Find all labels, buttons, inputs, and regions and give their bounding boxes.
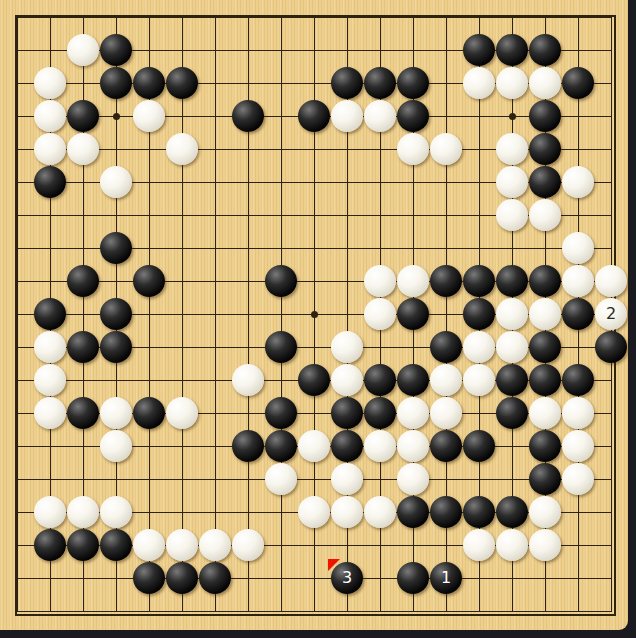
intersection[interactable]	[133, 199, 166, 232]
intersection[interactable]	[265, 496, 298, 529]
intersection[interactable]	[166, 298, 199, 331]
intersection[interactable]	[265, 298, 298, 331]
intersection[interactable]	[397, 232, 430, 265]
intersection[interactable]	[34, 430, 67, 463]
intersection[interactable]	[529, 100, 562, 133]
intersection[interactable]	[199, 1, 232, 34]
intersection[interactable]	[298, 34, 331, 67]
intersection[interactable]	[595, 67, 628, 100]
intersection[interactable]	[1, 100, 34, 133]
intersection[interactable]	[331, 331, 364, 364]
intersection[interactable]	[562, 67, 595, 100]
intersection[interactable]	[364, 232, 397, 265]
intersection[interactable]	[1, 529, 34, 562]
intersection[interactable]	[166, 67, 199, 100]
intersection[interactable]	[463, 265, 496, 298]
intersection[interactable]	[430, 199, 463, 232]
intersection[interactable]	[265, 562, 298, 595]
intersection[interactable]	[166, 397, 199, 430]
intersection[interactable]	[529, 133, 562, 166]
intersection[interactable]	[364, 529, 397, 562]
intersection[interactable]	[463, 595, 496, 628]
intersection[interactable]	[496, 67, 529, 100]
intersection[interactable]	[364, 1, 397, 34]
intersection[interactable]	[463, 1, 496, 34]
intersection[interactable]	[463, 133, 496, 166]
intersection[interactable]	[496, 166, 529, 199]
intersection[interactable]	[595, 34, 628, 67]
intersection[interactable]	[397, 562, 430, 595]
intersection[interactable]	[67, 232, 100, 265]
intersection[interactable]	[397, 496, 430, 529]
intersection[interactable]	[463, 298, 496, 331]
intersection[interactable]	[67, 430, 100, 463]
intersection[interactable]	[232, 232, 265, 265]
intersection[interactable]	[496, 496, 529, 529]
intersection[interactable]	[166, 100, 199, 133]
intersection[interactable]	[100, 100, 133, 133]
intersection[interactable]	[397, 430, 430, 463]
intersection[interactable]	[529, 331, 562, 364]
intersection[interactable]	[133, 463, 166, 496]
intersection[interactable]	[133, 397, 166, 430]
intersection[interactable]	[133, 298, 166, 331]
intersection[interactable]	[397, 298, 430, 331]
intersection[interactable]	[265, 1, 298, 34]
intersection[interactable]	[34, 298, 67, 331]
intersection[interactable]	[199, 430, 232, 463]
intersection[interactable]	[529, 199, 562, 232]
intersection[interactable]	[397, 595, 430, 628]
intersection[interactable]	[232, 463, 265, 496]
intersection[interactable]	[529, 463, 562, 496]
intersection[interactable]	[430, 364, 463, 397]
intersection[interactable]	[67, 496, 100, 529]
intersection[interactable]	[265, 232, 298, 265]
intersection[interactable]	[199, 265, 232, 298]
intersection[interactable]	[562, 166, 595, 199]
intersection[interactable]	[133, 430, 166, 463]
intersection[interactable]	[133, 364, 166, 397]
intersection[interactable]	[430, 67, 463, 100]
intersection[interactable]	[562, 34, 595, 67]
intersection[interactable]	[298, 364, 331, 397]
intersection[interactable]	[232, 34, 265, 67]
intersection[interactable]	[133, 1, 166, 34]
intersection[interactable]	[496, 265, 529, 298]
intersection[interactable]	[595, 166, 628, 199]
intersection[interactable]	[232, 166, 265, 199]
intersection[interactable]	[265, 595, 298, 628]
intersection[interactable]	[496, 529, 529, 562]
intersection[interactable]	[1, 463, 34, 496]
intersection[interactable]	[397, 397, 430, 430]
intersection[interactable]	[463, 364, 496, 397]
intersection[interactable]	[430, 496, 463, 529]
intersection[interactable]	[463, 529, 496, 562]
intersection[interactable]	[265, 166, 298, 199]
intersection[interactable]	[529, 595, 562, 628]
intersection[interactable]	[1, 166, 34, 199]
intersection[interactable]	[100, 364, 133, 397]
intersection[interactable]	[298, 100, 331, 133]
intersection[interactable]	[34, 529, 67, 562]
intersection[interactable]	[430, 463, 463, 496]
intersection[interactable]	[67, 562, 100, 595]
intersection[interactable]	[232, 265, 265, 298]
intersection[interactable]	[133, 166, 166, 199]
intersection[interactable]	[364, 331, 397, 364]
intersection[interactable]	[430, 34, 463, 67]
intersection[interactable]	[34, 199, 67, 232]
intersection[interactable]	[232, 430, 265, 463]
intersection[interactable]	[562, 133, 595, 166]
intersection[interactable]	[199, 364, 232, 397]
intersection[interactable]	[364, 496, 397, 529]
intersection[interactable]	[496, 100, 529, 133]
intersection[interactable]	[199, 100, 232, 133]
intersection[interactable]	[298, 265, 331, 298]
intersection[interactable]	[67, 595, 100, 628]
intersection[interactable]	[298, 298, 331, 331]
intersection[interactable]	[199, 595, 232, 628]
intersection[interactable]	[265, 463, 298, 496]
intersection[interactable]	[364, 67, 397, 100]
intersection[interactable]	[364, 562, 397, 595]
intersection[interactable]	[430, 232, 463, 265]
intersection[interactable]	[364, 166, 397, 199]
intersection[interactable]	[265, 265, 298, 298]
intersection[interactable]	[100, 463, 133, 496]
intersection[interactable]	[463, 496, 496, 529]
intersection[interactable]	[133, 562, 166, 595]
intersection[interactable]	[67, 1, 100, 34]
intersection[interactable]	[298, 199, 331, 232]
intersection[interactable]	[166, 232, 199, 265]
intersection[interactable]	[100, 232, 133, 265]
intersection[interactable]	[529, 562, 562, 595]
intersection[interactable]	[364, 34, 397, 67]
intersection[interactable]	[430, 1, 463, 34]
intersection[interactable]	[397, 364, 430, 397]
intersection[interactable]	[166, 133, 199, 166]
intersection[interactable]	[133, 100, 166, 133]
intersection[interactable]	[298, 67, 331, 100]
intersection[interactable]	[34, 232, 67, 265]
intersection[interactable]	[562, 298, 595, 331]
intersection[interactable]	[562, 496, 595, 529]
intersection[interactable]	[100, 430, 133, 463]
intersection[interactable]	[331, 232, 364, 265]
intersection[interactable]	[100, 199, 133, 232]
intersection[interactable]	[265, 199, 298, 232]
intersection[interactable]	[166, 199, 199, 232]
intersection[interactable]	[34, 1, 67, 34]
intersection[interactable]	[265, 430, 298, 463]
intersection[interactable]	[463, 166, 496, 199]
intersection[interactable]: 2	[595, 298, 628, 331]
intersection[interactable]: 1	[430, 562, 463, 595]
intersection[interactable]	[199, 166, 232, 199]
intersection[interactable]	[397, 1, 430, 34]
intersection[interactable]	[496, 1, 529, 34]
intersection[interactable]	[166, 496, 199, 529]
intersection[interactable]	[199, 331, 232, 364]
intersection[interactable]	[397, 463, 430, 496]
intersection[interactable]	[397, 529, 430, 562]
intersection[interactable]	[199, 562, 232, 595]
intersection[interactable]	[463, 430, 496, 463]
intersection[interactable]: 3	[331, 562, 364, 595]
intersection[interactable]	[595, 100, 628, 133]
intersection[interactable]	[496, 364, 529, 397]
intersection[interactable]	[430, 331, 463, 364]
intersection[interactable]	[34, 331, 67, 364]
intersection[interactable]	[298, 331, 331, 364]
intersection[interactable]	[166, 529, 199, 562]
intersection[interactable]	[397, 67, 430, 100]
intersection[interactable]	[67, 166, 100, 199]
intersection[interactable]	[265, 67, 298, 100]
intersection[interactable]	[232, 100, 265, 133]
intersection[interactable]	[496, 199, 529, 232]
intersection[interactable]	[331, 430, 364, 463]
intersection[interactable]	[100, 1, 133, 34]
intersection[interactable]	[166, 265, 199, 298]
intersection[interactable]	[331, 496, 364, 529]
intersection[interactable]	[529, 496, 562, 529]
intersection[interactable]	[199, 529, 232, 562]
intersection[interactable]	[364, 100, 397, 133]
intersection[interactable]	[34, 265, 67, 298]
intersection[interactable]	[595, 364, 628, 397]
intersection[interactable]	[430, 298, 463, 331]
intersection[interactable]	[232, 496, 265, 529]
intersection[interactable]	[595, 133, 628, 166]
intersection[interactable]	[430, 265, 463, 298]
intersection[interactable]	[67, 67, 100, 100]
intersection[interactable]	[166, 34, 199, 67]
intersection[interactable]	[595, 562, 628, 595]
intersection[interactable]	[1, 1, 34, 34]
intersection[interactable]	[298, 496, 331, 529]
intersection[interactable]	[298, 1, 331, 34]
intersection[interactable]	[562, 463, 595, 496]
intersection[interactable]	[364, 397, 397, 430]
intersection[interactable]	[529, 430, 562, 463]
intersection[interactable]	[595, 430, 628, 463]
intersection[interactable]	[331, 364, 364, 397]
intersection[interactable]	[166, 1, 199, 34]
intersection[interactable]	[232, 331, 265, 364]
intersection[interactable]	[265, 331, 298, 364]
intersection[interactable]	[166, 331, 199, 364]
intersection[interactable]	[331, 298, 364, 331]
intersection[interactable]	[34, 595, 67, 628]
intersection[interactable]	[562, 265, 595, 298]
intersection[interactable]	[397, 265, 430, 298]
intersection[interactable]	[199, 67, 232, 100]
intersection[interactable]	[430, 100, 463, 133]
intersection[interactable]	[331, 595, 364, 628]
intersection[interactable]	[562, 100, 595, 133]
intersection[interactable]	[166, 364, 199, 397]
intersection[interactable]	[34, 166, 67, 199]
intersection[interactable]	[595, 463, 628, 496]
intersection[interactable]	[562, 232, 595, 265]
intersection[interactable]	[562, 595, 595, 628]
intersection[interactable]	[595, 529, 628, 562]
intersection[interactable]	[562, 331, 595, 364]
intersection[interactable]	[463, 199, 496, 232]
intersection[interactable]	[265, 364, 298, 397]
intersection[interactable]	[67, 100, 100, 133]
intersection[interactable]	[529, 166, 562, 199]
intersection[interactable]	[34, 100, 67, 133]
intersection[interactable]	[100, 265, 133, 298]
intersection[interactable]	[397, 133, 430, 166]
intersection[interactable]	[430, 529, 463, 562]
intersection[interactable]	[199, 298, 232, 331]
intersection[interactable]	[529, 397, 562, 430]
intersection[interactable]	[100, 133, 133, 166]
intersection[interactable]	[67, 199, 100, 232]
intersection[interactable]	[232, 364, 265, 397]
intersection[interactable]	[199, 232, 232, 265]
intersection[interactable]	[397, 331, 430, 364]
intersection[interactable]	[463, 463, 496, 496]
intersection[interactable]	[133, 67, 166, 100]
intersection[interactable]	[397, 100, 430, 133]
intersection[interactable]	[298, 562, 331, 595]
intersection[interactable]	[397, 34, 430, 67]
intersection[interactable]	[133, 265, 166, 298]
intersection[interactable]	[595, 1, 628, 34]
intersection[interactable]	[67, 34, 100, 67]
intersection[interactable]	[232, 397, 265, 430]
intersection[interactable]	[265, 34, 298, 67]
intersection[interactable]	[1, 34, 34, 67]
intersection[interactable]	[496, 463, 529, 496]
intersection[interactable]	[1, 298, 34, 331]
intersection[interactable]	[1, 562, 34, 595]
intersection[interactable]	[298, 166, 331, 199]
intersection[interactable]	[529, 364, 562, 397]
intersection[interactable]	[133, 232, 166, 265]
intersection[interactable]	[529, 232, 562, 265]
intersection[interactable]	[34, 496, 67, 529]
intersection[interactable]	[298, 529, 331, 562]
intersection[interactable]	[331, 100, 364, 133]
intersection[interactable]	[364, 199, 397, 232]
intersection[interactable]	[34, 67, 67, 100]
intersection[interactable]	[595, 331, 628, 364]
intersection[interactable]	[34, 133, 67, 166]
intersection[interactable]	[265, 133, 298, 166]
intersection[interactable]	[331, 67, 364, 100]
intersection[interactable]	[529, 67, 562, 100]
intersection[interactable]	[430, 166, 463, 199]
intersection[interactable]	[298, 430, 331, 463]
intersection[interactable]	[562, 1, 595, 34]
intersection[interactable]	[265, 397, 298, 430]
intersection[interactable]	[298, 397, 331, 430]
intersection[interactable]	[67, 265, 100, 298]
intersection[interactable]	[496, 331, 529, 364]
intersection[interactable]	[199, 133, 232, 166]
intersection[interactable]	[430, 133, 463, 166]
intersection[interactable]	[1, 595, 34, 628]
intersection[interactable]	[364, 265, 397, 298]
intersection[interactable]	[364, 364, 397, 397]
intersection[interactable]	[430, 595, 463, 628]
intersection[interactable]	[67, 529, 100, 562]
intersection[interactable]	[199, 199, 232, 232]
intersection[interactable]	[397, 199, 430, 232]
intersection[interactable]	[463, 100, 496, 133]
intersection[interactable]	[496, 430, 529, 463]
intersection[interactable]	[595, 496, 628, 529]
intersection[interactable]	[1, 67, 34, 100]
intersection[interactable]	[496, 232, 529, 265]
intersection[interactable]	[463, 232, 496, 265]
intersection[interactable]	[562, 430, 595, 463]
intersection[interactable]	[496, 397, 529, 430]
intersection[interactable]	[265, 100, 298, 133]
intersection[interactable]	[529, 529, 562, 562]
intersection[interactable]	[298, 463, 331, 496]
intersection[interactable]	[100, 496, 133, 529]
intersection[interactable]	[232, 595, 265, 628]
intersection[interactable]	[166, 562, 199, 595]
intersection[interactable]	[265, 529, 298, 562]
intersection[interactable]	[1, 430, 34, 463]
intersection[interactable]	[1, 331, 34, 364]
intersection[interactable]	[331, 529, 364, 562]
intersection[interactable]	[595, 199, 628, 232]
intersection[interactable]	[331, 34, 364, 67]
intersection[interactable]	[562, 529, 595, 562]
intersection[interactable]	[595, 265, 628, 298]
intersection[interactable]	[298, 133, 331, 166]
intersection[interactable]	[496, 34, 529, 67]
intersection[interactable]	[232, 133, 265, 166]
intersection[interactable]	[67, 463, 100, 496]
intersection[interactable]	[133, 595, 166, 628]
intersection[interactable]	[133, 331, 166, 364]
intersection[interactable]	[100, 34, 133, 67]
intersection[interactable]	[199, 34, 232, 67]
intersection[interactable]	[133, 133, 166, 166]
intersection[interactable]	[463, 397, 496, 430]
intersection[interactable]	[364, 133, 397, 166]
intersection[interactable]	[496, 562, 529, 595]
intersection[interactable]	[529, 1, 562, 34]
intersection[interactable]	[562, 364, 595, 397]
intersection[interactable]	[100, 562, 133, 595]
intersection[interactable]	[100, 298, 133, 331]
intersection[interactable]	[364, 463, 397, 496]
intersection[interactable]	[100, 529, 133, 562]
intersection[interactable]	[100, 331, 133, 364]
intersection[interactable]	[397, 166, 430, 199]
intersection[interactable]	[100, 67, 133, 100]
intersection[interactable]	[100, 166, 133, 199]
intersection[interactable]	[331, 133, 364, 166]
intersection[interactable]	[67, 364, 100, 397]
intersection[interactable]	[67, 397, 100, 430]
intersection[interactable]	[1, 232, 34, 265]
